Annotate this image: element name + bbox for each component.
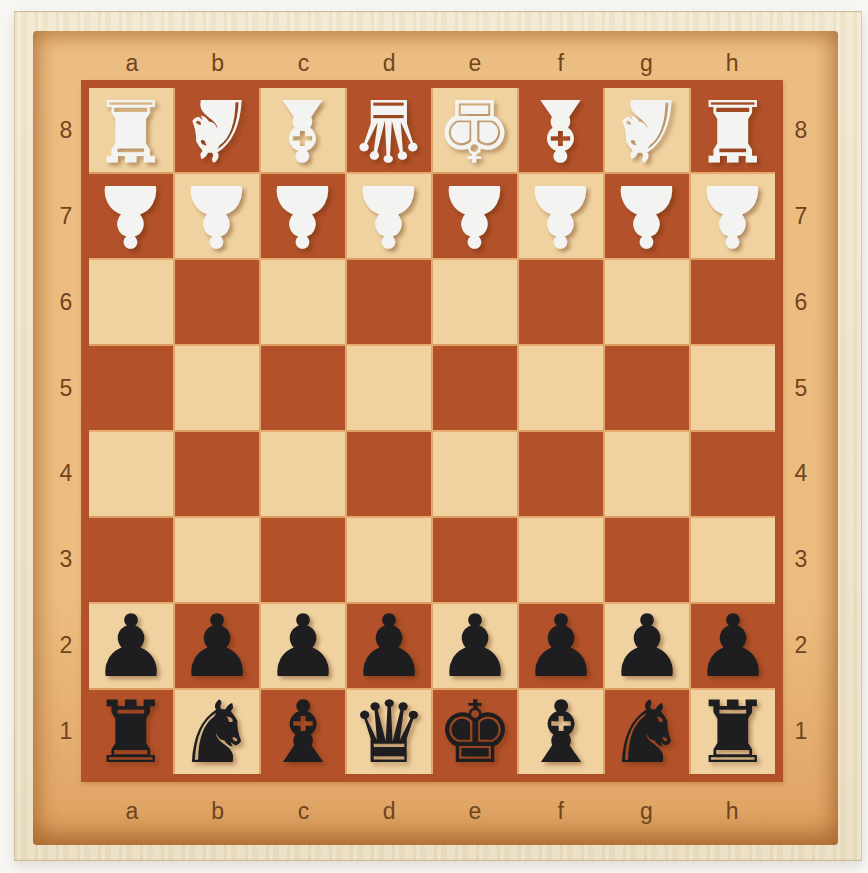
rank-label-7: 7 <box>49 174 83 260</box>
square-f3[interactable] <box>519 518 603 602</box>
piece-black-rook-h1[interactable]: ♜ <box>691 690 775 774</box>
square-e2[interactable]: ♟ <box>433 604 517 688</box>
square-a5[interactable] <box>89 346 173 430</box>
piece-glyph: ♜ <box>92 690 169 774</box>
piece-white-pawn-g7[interactable]: ♟ <box>605 174 689 258</box>
piece-white-pawn-c7[interactable]: ♟ <box>261 174 345 258</box>
piece-glyph: ♚ <box>436 88 513 172</box>
piece-white-knight-g8[interactable]: ♞ <box>605 88 689 172</box>
square-f2[interactable]: ♟ <box>519 604 603 688</box>
piece-white-knight-b8[interactable]: ♞ <box>175 88 259 172</box>
rank-label-8: 8 <box>781 88 821 174</box>
piece-glyph: ♟ <box>694 174 771 258</box>
square-h8[interactable]: ♜ <box>691 88 775 172</box>
rank-label-6: 6 <box>781 260 821 346</box>
file-label-a: a <box>89 798 175 825</box>
rank-label-2: 2 <box>49 603 83 689</box>
square-d4[interactable] <box>347 432 431 516</box>
square-e4[interactable] <box>433 432 517 516</box>
square-h1[interactable]: ♜ <box>691 690 775 774</box>
square-a1[interactable]: ♜ <box>89 690 173 774</box>
square-g6[interactable] <box>605 260 689 344</box>
piece-white-pawn-e7[interactable]: ♟ <box>433 174 517 258</box>
rank-label-1: 1 <box>781 688 821 774</box>
piece-white-pawn-b7[interactable]: ♟ <box>175 174 259 258</box>
square-f8[interactable]: ♝ <box>519 88 603 172</box>
piece-white-pawn-d7[interactable]: ♟ <box>347 174 431 258</box>
square-h6[interactable] <box>691 260 775 344</box>
file-label-e: e <box>432 47 518 79</box>
square-c7[interactable]: ♟ <box>261 174 345 258</box>
piece-glyph: ♟ <box>608 174 685 258</box>
square-g4[interactable] <box>605 432 689 516</box>
piece-glyph: ♝ <box>264 88 341 172</box>
square-g7[interactable]: ♟ <box>605 174 689 258</box>
square-h5[interactable] <box>691 346 775 430</box>
square-c1[interactable]: ♝ <box>261 690 345 774</box>
piece-black-pawn-g2[interactable]: ♟ <box>605 604 689 688</box>
piece-black-knight-b1[interactable]: ♞ <box>175 690 259 774</box>
piece-white-queen-d8[interactable]: ♛ <box>347 88 431 172</box>
square-b6[interactable] <box>175 260 259 344</box>
square-c4[interactable] <box>261 432 345 516</box>
piece-glyph: ♟ <box>436 174 513 258</box>
rank-label-5: 5 <box>781 345 821 431</box>
square-b4[interactable] <box>175 432 259 516</box>
file-label-e: e <box>432 798 518 825</box>
file-label-d: d <box>346 798 432 825</box>
square-g1[interactable]: ♞ <box>605 690 689 774</box>
piece-black-queen-d1[interactable]: ♛ <box>347 690 431 774</box>
piece-glyph: ♝ <box>264 690 341 774</box>
square-h7[interactable]: ♟ <box>691 174 775 258</box>
piece-glyph: ♜ <box>92 88 169 172</box>
piece-white-rook-a8[interactable]: ♜ <box>89 88 173 172</box>
square-a6[interactable] <box>89 260 173 344</box>
piece-glyph: ♛ <box>350 690 427 774</box>
chess-board: ♜♞♝♛♚♝♞♜♟♟♟♟♟♟♟♟♟♟♟♟♟♟♟♟♜♞♝♛♚♝♞♜ <box>81 80 783 782</box>
square-f7[interactable]: ♟ <box>519 174 603 258</box>
square-e8[interactable]: ♚ <box>433 88 517 172</box>
piece-glyph: ♞ <box>178 690 255 774</box>
rank-label-4: 4 <box>781 431 821 517</box>
square-h3[interactable] <box>691 518 775 602</box>
square-b2[interactable]: ♟ <box>175 604 259 688</box>
piece-glyph: ♛ <box>350 88 427 172</box>
rank-label-4: 4 <box>49 431 83 517</box>
piece-black-king-e1[interactable]: ♚ <box>433 690 517 774</box>
square-d8[interactable]: ♛ <box>347 88 431 172</box>
piece-white-rook-h8[interactable]: ♜ <box>691 88 775 172</box>
piece-glyph: ♟ <box>436 604 513 688</box>
piece-white-pawn-a7[interactable]: ♟ <box>89 174 173 258</box>
piece-glyph: ♟ <box>264 174 341 258</box>
piece-black-knight-g1[interactable]: ♞ <box>605 690 689 774</box>
square-f6[interactable] <box>519 260 603 344</box>
piece-glyph: ♟ <box>178 174 255 258</box>
square-e3[interactable] <box>433 518 517 602</box>
rank-label-5: 5 <box>49 345 83 431</box>
demo-chess-board-photo: abcdefgh 87654321 ♜♞♝♛♚♝♞♜♟♟♟♟♟♟♟♟♟♟♟♟♟♟… <box>0 0 868 873</box>
board-surface: abcdefgh 87654321 ♜♞♝♛♚♝♞♜♟♟♟♟♟♟♟♟♟♟♟♟♟♟… <box>33 31 838 845</box>
square-a7[interactable]: ♟ <box>89 174 173 258</box>
file-label-f: f <box>518 47 604 79</box>
file-labels-top: abcdefgh <box>89 47 775 79</box>
piece-glyph: ♟ <box>350 174 427 258</box>
file-label-g: g <box>604 798 690 825</box>
square-f5[interactable] <box>519 346 603 430</box>
piece-glyph: ♟ <box>178 604 255 688</box>
piece-white-bishop-f8[interactable]: ♝ <box>519 88 603 172</box>
square-d6[interactable] <box>347 260 431 344</box>
piece-black-pawn-f2[interactable]: ♟ <box>519 604 603 688</box>
file-label-f: f <box>518 798 604 825</box>
file-label-a: a <box>89 47 175 79</box>
square-e6[interactable] <box>433 260 517 344</box>
piece-black-pawn-e2[interactable]: ♟ <box>433 604 517 688</box>
piece-glyph: ♞ <box>608 690 685 774</box>
piece-black-pawn-a2[interactable]: ♟ <box>89 604 173 688</box>
rank-labels-right: 87654321 <box>781 88 821 774</box>
file-label-d: d <box>346 47 432 79</box>
piece-glyph: ♞ <box>608 88 685 172</box>
wooden-frame: abcdefgh 87654321 ♜♞♝♛♚♝♞♜♟♟♟♟♟♟♟♟♟♟♟♟♟♟… <box>14 11 862 861</box>
rank-label-3: 3 <box>781 517 821 603</box>
rank-label-8: 8 <box>49 88 83 174</box>
file-label-b: b <box>175 47 261 79</box>
square-d5[interactable] <box>347 346 431 430</box>
rank-label-3: 3 <box>49 517 83 603</box>
piece-glyph: ♟ <box>350 604 427 688</box>
piece-black-pawn-b2[interactable]: ♟ <box>175 604 259 688</box>
piece-glyph: ♜ <box>694 690 771 774</box>
square-g8[interactable]: ♞ <box>605 88 689 172</box>
square-a4[interactable] <box>89 432 173 516</box>
file-labels-bottom: abcdefgh <box>89 792 775 830</box>
piece-glyph: ♟ <box>522 174 599 258</box>
square-b8[interactable]: ♞ <box>175 88 259 172</box>
square-c5[interactable] <box>261 346 345 430</box>
piece-black-bishop-f1[interactable]: ♝ <box>519 690 603 774</box>
square-c6[interactable] <box>261 260 345 344</box>
square-d2[interactable]: ♟ <box>347 604 431 688</box>
piece-glyph: ♟ <box>92 604 169 688</box>
square-c2[interactable]: ♟ <box>261 604 345 688</box>
piece-white-pawn-h7[interactable]: ♟ <box>691 174 775 258</box>
square-b3[interactable] <box>175 518 259 602</box>
square-g2[interactable]: ♟ <box>605 604 689 688</box>
square-g3[interactable] <box>605 518 689 602</box>
file-label-h: h <box>689 798 775 825</box>
rank-label-7: 7 <box>781 174 821 260</box>
square-f1[interactable]: ♝ <box>519 690 603 774</box>
file-label-g: g <box>604 47 690 79</box>
square-e1[interactable]: ♚ <box>433 690 517 774</box>
piece-glyph: ♝ <box>522 88 599 172</box>
square-h2[interactable]: ♟ <box>691 604 775 688</box>
file-label-c: c <box>261 47 347 79</box>
square-c3[interactable] <box>261 518 345 602</box>
piece-black-pawn-h2[interactable]: ♟ <box>691 604 775 688</box>
rank-labels-left: 87654321 <box>49 88 83 774</box>
piece-black-rook-a1[interactable]: ♜ <box>89 690 173 774</box>
square-h4[interactable] <box>691 432 775 516</box>
file-label-c: c <box>261 798 347 825</box>
piece-glyph: ♟ <box>92 174 169 258</box>
square-d7[interactable]: ♟ <box>347 174 431 258</box>
piece-glyph: ♚ <box>436 690 513 774</box>
square-a2[interactable]: ♟ <box>89 604 173 688</box>
square-e5[interactable] <box>433 346 517 430</box>
file-label-h: h <box>689 47 775 79</box>
piece-black-pawn-c2[interactable]: ♟ <box>261 604 345 688</box>
piece-white-bishop-c8[interactable]: ♝ <box>261 88 345 172</box>
piece-glyph: ♟ <box>608 604 685 688</box>
square-c8[interactable]: ♝ <box>261 88 345 172</box>
square-b7[interactable]: ♟ <box>175 174 259 258</box>
square-b1[interactable]: ♞ <box>175 690 259 774</box>
square-d1[interactable]: ♛ <box>347 690 431 774</box>
rank-label-1: 1 <box>49 688 83 774</box>
square-a8[interactable]: ♜ <box>89 88 173 172</box>
piece-white-pawn-f7[interactable]: ♟ <box>519 174 603 258</box>
square-a3[interactable] <box>89 518 173 602</box>
piece-glyph: ♝ <box>522 690 599 774</box>
piece-black-bishop-c1[interactable]: ♝ <box>261 690 345 774</box>
piece-black-pawn-d2[interactable]: ♟ <box>347 604 431 688</box>
square-g5[interactable] <box>605 346 689 430</box>
square-f4[interactable] <box>519 432 603 516</box>
piece-glyph: ♞ <box>178 88 255 172</box>
piece-glyph: ♟ <box>264 604 341 688</box>
square-e7[interactable]: ♟ <box>433 174 517 258</box>
piece-white-king-e8[interactable]: ♚ <box>433 88 517 172</box>
file-label-b: b <box>175 798 261 825</box>
piece-glyph: ♜ <box>694 88 771 172</box>
square-d3[interactable] <box>347 518 431 602</box>
rank-label-2: 2 <box>781 603 821 689</box>
piece-glyph: ♟ <box>522 604 599 688</box>
piece-glyph: ♟ <box>694 604 771 688</box>
square-b5[interactable] <box>175 346 259 430</box>
rank-label-6: 6 <box>49 260 83 346</box>
